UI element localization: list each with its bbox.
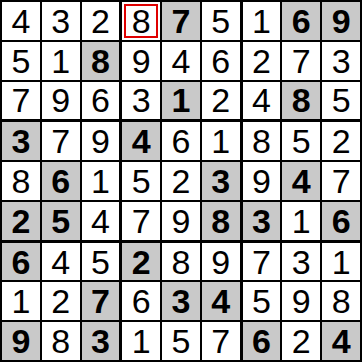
- cell-r6c4[interactable]: 7: [122, 202, 160, 240]
- cell-r9c4[interactable]: 1: [122, 322, 160, 360]
- cell-r7c7[interactable]: 7: [243, 243, 281, 281]
- cell-r7c8[interactable]: 3: [282, 243, 320, 281]
- cell-r9c2[interactable]: 8: [42, 322, 80, 360]
- cell-r3c5-given[interactable]: 1: [162, 82, 200, 120]
- cell-r7c4-given[interactable]: 2: [122, 243, 160, 281]
- cell-r2c2[interactable]: 1: [42, 42, 80, 80]
- cell-r4c8[interactable]: 5: [282, 122, 320, 160]
- cell-r2c1[interactable]: 5: [2, 42, 40, 80]
- cell-r8c7[interactable]: 5: [243, 282, 281, 320]
- cell-r3c1[interactable]: 7: [2, 82, 40, 120]
- cell-r2c4[interactable]: 9: [122, 42, 160, 80]
- cell-r5c3[interactable]: 1: [82, 162, 120, 200]
- cell-r6c9-given[interactable]: 6: [322, 202, 360, 240]
- cell-r1c1[interactable]: 4: [2, 2, 40, 40]
- cell-r4c7[interactable]: 8: [243, 122, 281, 160]
- cell-r6c3[interactable]: 4: [82, 202, 120, 240]
- cell-r8c5-given[interactable]: 3: [162, 282, 200, 320]
- sudoku-box-9: 731598624: [243, 243, 360, 360]
- sudoku-box-3: 169273485: [243, 2, 360, 119]
- sudoku-box-7: 645127983: [2, 243, 119, 360]
- cell-r6c2-given[interactable]: 5: [42, 202, 80, 240]
- sudoku-box-8: 289634157: [122, 243, 239, 360]
- cell-r8c3-given[interactable]: 7: [82, 282, 120, 320]
- cell-r2c8[interactable]: 7: [282, 42, 320, 80]
- cell-r9c1-given[interactable]: 9: [2, 322, 40, 360]
- cell-r1c7[interactable]: 1: [243, 2, 281, 40]
- cell-r7c2[interactable]: 4: [42, 243, 80, 281]
- cell-r5c8-given[interactable]: 4: [282, 162, 320, 200]
- cell-r6c1-given[interactable]: 2: [2, 202, 40, 240]
- cell-r9c5[interactable]: 5: [162, 322, 200, 360]
- cell-r3c4[interactable]: 3: [122, 82, 160, 120]
- cell-r2c9[interactable]: 3: [322, 42, 360, 80]
- cell-r4c6[interactable]: 1: [202, 122, 240, 160]
- cell-r8c2[interactable]: 2: [42, 282, 80, 320]
- cell-r4c4-given[interactable]: 4: [122, 122, 160, 160]
- cell-r6c8[interactable]: 1: [282, 202, 320, 240]
- cell-r8c1[interactable]: 1: [2, 282, 40, 320]
- cell-r3c7[interactable]: 4: [243, 82, 281, 120]
- cell-r2c3-given[interactable]: 8: [82, 42, 120, 80]
- sudoku-box-2: 875946312: [122, 2, 239, 119]
- cell-r6c5[interactable]: 9: [162, 202, 200, 240]
- cell-r7c9[interactable]: 1: [322, 243, 360, 281]
- cell-r5c2-given[interactable]: 6: [42, 162, 80, 200]
- cell-r3c8-given[interactable]: 8: [282, 82, 320, 120]
- cell-r5c1[interactable]: 8: [2, 162, 40, 200]
- cell-r5c4[interactable]: 5: [122, 162, 160, 200]
- cell-r7c5[interactable]: 8: [162, 243, 200, 281]
- cell-r4c2[interactable]: 7: [42, 122, 80, 160]
- cell-r9c6[interactable]: 7: [202, 322, 240, 360]
- cell-r7c6[interactable]: 9: [202, 243, 240, 281]
- cell-r3c6[interactable]: 2: [202, 82, 240, 120]
- cell-r5c6-given[interactable]: 3: [202, 162, 240, 200]
- cell-r6c6-given[interactable]: 8: [202, 202, 240, 240]
- cell-r9c9-given[interactable]: 4: [322, 322, 360, 360]
- cell-r1c6[interactable]: 5: [202, 2, 240, 40]
- cell-r3c3[interactable]: 6: [82, 82, 120, 120]
- cell-r8c8[interactable]: 9: [282, 282, 320, 320]
- cell-r3c9[interactable]: 5: [322, 82, 360, 120]
- cell-r8c4[interactable]: 6: [122, 282, 160, 320]
- sudoku-box-1: 432518796: [2, 2, 119, 119]
- cell-r1c9-given[interactable]: 9: [322, 2, 360, 40]
- cell-r5c9[interactable]: 7: [322, 162, 360, 200]
- cell-r8c6-given[interactable]: 4: [202, 282, 240, 320]
- cell-r4c3[interactable]: 9: [82, 122, 120, 160]
- cell-r6c7-given[interactable]: 3: [243, 202, 281, 240]
- cell-r9c7-given[interactable]: 6: [243, 322, 281, 360]
- cell-r7c3[interactable]: 5: [82, 243, 120, 281]
- cell-r1c3[interactable]: 2: [82, 2, 120, 40]
- cell-r8c9[interactable]: 8: [322, 282, 360, 320]
- cell-r9c3-given[interactable]: 3: [82, 322, 120, 360]
- cell-r9c8[interactable]: 2: [282, 322, 320, 360]
- cell-r4c9[interactable]: 2: [322, 122, 360, 160]
- sudoku-box-4: 379861254: [2, 122, 119, 239]
- cell-r1c5-given[interactable]: 7: [162, 2, 200, 40]
- cell-r1c2[interactable]: 3: [42, 2, 80, 40]
- cell-r5c5[interactable]: 2: [162, 162, 200, 200]
- sudoku-box-5: 461523798: [122, 122, 239, 239]
- cell-r3c2[interactable]: 9: [42, 82, 80, 120]
- cell-r4c5[interactable]: 6: [162, 122, 200, 160]
- cell-r5c7[interactable]: 9: [243, 162, 281, 200]
- cell-r1c4-selected[interactable]: 8: [122, 2, 160, 40]
- cell-r2c7[interactable]: 2: [243, 42, 281, 80]
- cell-r1c8-given[interactable]: 6: [282, 2, 320, 40]
- cell-r2c5[interactable]: 4: [162, 42, 200, 80]
- cell-r2c6[interactable]: 6: [202, 42, 240, 80]
- sudoku-board: 4325187968759463121692734853798612544615…: [0, 0, 362, 362]
- cell-r4c1-given[interactable]: 3: [2, 122, 40, 160]
- cell-r7c1-given[interactable]: 6: [2, 243, 40, 281]
- sudoku-box-6: 852947316: [243, 122, 360, 239]
